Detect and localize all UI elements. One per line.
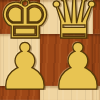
chess-board-crop: ♚ ♛ ♟ ♟: [0, 0, 100, 100]
pawn-glyph: ♟: [49, 35, 100, 99]
white-pawn-piece-right[interactable]: ♟: [46, 28, 100, 86]
